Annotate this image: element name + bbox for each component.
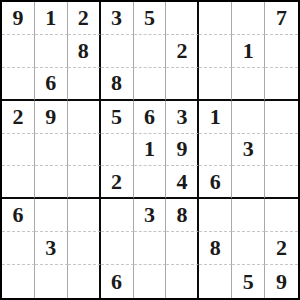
- cell-r9c9[interactable]: 9: [265, 265, 298, 298]
- cell-r8c9[interactable]: 2: [265, 232, 298, 265]
- given-digit: 6: [210, 171, 221, 193]
- cell-r9c3[interactable]: [68, 265, 101, 298]
- cell-r7c3[interactable]: [68, 199, 101, 232]
- cell-r4c4[interactable]: 5: [101, 101, 134, 134]
- cell-r6c3[interactable]: [68, 166, 101, 199]
- cell-r5c9[interactable]: [265, 134, 298, 167]
- cell-r9c2[interactable]: [35, 265, 68, 298]
- cell-r7c6[interactable]: 8: [166, 199, 199, 232]
- cell-r2c6[interactable]: 2: [166, 35, 199, 68]
- cell-r4c8[interactable]: [232, 101, 265, 134]
- cell-r4c9[interactable]: [265, 101, 298, 134]
- cell-r6c2[interactable]: [35, 166, 68, 199]
- given-digit: 6: [111, 271, 122, 293]
- given-digit: 7: [276, 7, 287, 29]
- given-digit: 2: [78, 7, 89, 29]
- cell-r5c4[interactable]: [101, 134, 134, 167]
- given-digit: 3: [45, 237, 56, 259]
- given-digit: 5: [144, 7, 155, 29]
- cell-r6c5[interactable]: [134, 166, 167, 199]
- cell-r1c3[interactable]: 2: [68, 2, 101, 35]
- cell-r1c6[interactable]: [166, 2, 199, 35]
- given-digit: 9: [45, 106, 56, 128]
- cell-r2c1[interactable]: [2, 35, 35, 68]
- cell-r4c7[interactable]: 1: [199, 101, 232, 134]
- cell-r4c5[interactable]: 6: [134, 101, 167, 134]
- given-digit: 9: [176, 138, 187, 160]
- cell-r2c8[interactable]: 1: [232, 35, 265, 68]
- given-digit: 1: [243, 40, 254, 62]
- cell-r3c8[interactable]: [232, 68, 265, 101]
- cell-r7c7[interactable]: [199, 199, 232, 232]
- cell-r9c8[interactable]: 5: [232, 265, 265, 298]
- given-digit: 6: [12, 204, 23, 226]
- cell-r4c2[interactable]: 9: [35, 101, 68, 134]
- cell-r1c4[interactable]: 3: [101, 2, 134, 35]
- cell-r2c5[interactable]: [134, 35, 167, 68]
- given-digit: 9: [12, 7, 23, 29]
- cell-r5c3[interactable]: [68, 134, 101, 167]
- given-digit: 8: [176, 204, 187, 226]
- cell-r9c4[interactable]: 6: [101, 265, 134, 298]
- cell-r4c6[interactable]: 3: [166, 101, 199, 134]
- cell-r9c7[interactable]: [199, 265, 232, 298]
- cell-r8c6[interactable]: [166, 232, 199, 265]
- given-digit: 6: [45, 72, 56, 94]
- given-digit: 1: [45, 7, 56, 29]
- cell-r8c1[interactable]: [2, 232, 35, 265]
- given-digit: 5: [243, 271, 254, 293]
- cell-r8c2[interactable]: 3: [35, 232, 68, 265]
- given-digit: 9: [276, 271, 287, 293]
- cell-r9c1[interactable]: [2, 265, 35, 298]
- cell-r7c9[interactable]: [265, 199, 298, 232]
- cell-r1c1[interactable]: 9: [2, 2, 35, 35]
- given-digit: 1: [144, 138, 155, 160]
- cell-r1c2[interactable]: 1: [35, 2, 68, 35]
- cell-r2c9[interactable]: [265, 35, 298, 68]
- given-digit: 2: [176, 40, 187, 62]
- cell-r6c4[interactable]: 2: [101, 166, 134, 199]
- cell-r4c3[interactable]: [68, 101, 101, 134]
- sudoku-board: 91235782168295631193246638382659: [0, 0, 300, 300]
- cell-r5c2[interactable]: [35, 134, 68, 167]
- cell-r8c5[interactable]: [134, 232, 167, 265]
- cell-r2c4[interactable]: [101, 35, 134, 68]
- given-digit: 8: [111, 72, 122, 94]
- given-digit: 4: [176, 171, 187, 193]
- cell-r9c5[interactable]: [134, 265, 167, 298]
- given-digit: 8: [78, 40, 89, 62]
- given-digit: 6: [144, 106, 155, 128]
- given-digit: 5: [111, 106, 122, 128]
- cell-r2c7[interactable]: [199, 35, 232, 68]
- cell-r3c7[interactable]: [199, 68, 232, 101]
- cell-r7c5[interactable]: 3: [134, 199, 167, 232]
- given-digit: 3: [176, 106, 187, 128]
- cell-r5c6[interactable]: 9: [166, 134, 199, 167]
- cell-r4c1[interactable]: 2: [2, 101, 35, 134]
- given-digit: 2: [276, 237, 287, 259]
- cell-r6c9[interactable]: [265, 166, 298, 199]
- cell-r3c9[interactable]: [265, 68, 298, 101]
- cell-r7c1[interactable]: 6: [2, 199, 35, 232]
- cell-r2c3[interactable]: 8: [68, 35, 101, 68]
- cell-r6c1[interactable]: [2, 166, 35, 199]
- given-digit: 2: [111, 171, 122, 193]
- cell-r1c9[interactable]: 7: [265, 2, 298, 35]
- cell-r7c4[interactable]: [101, 199, 134, 232]
- cell-r3c1[interactable]: [2, 68, 35, 101]
- cell-r1c5[interactable]: 5: [134, 2, 167, 35]
- cell-r6c8[interactable]: [232, 166, 265, 199]
- cell-r3c2[interactable]: 6: [35, 68, 68, 101]
- given-digit: 1: [210, 106, 221, 128]
- cell-r5c5[interactable]: 1: [134, 134, 167, 167]
- given-digit: 3: [144, 204, 155, 226]
- given-digit: 2: [12, 106, 23, 128]
- cell-r1c7[interactable]: [199, 2, 232, 35]
- cell-r3c4[interactable]: 8: [101, 68, 134, 101]
- cell-r8c7[interactable]: 8: [199, 232, 232, 265]
- cell-r5c7[interactable]: [199, 134, 232, 167]
- cell-r5c8[interactable]: 3: [232, 134, 265, 167]
- given-digit: 3: [111, 7, 122, 29]
- cell-r7c2[interactable]: [35, 199, 68, 232]
- given-digit: 8: [210, 237, 221, 259]
- cell-r3c6[interactable]: [166, 68, 199, 101]
- cell-r9c6[interactable]: [166, 265, 199, 298]
- cell-r3c5[interactable]: [134, 68, 167, 101]
- cell-r2c2[interactable]: [35, 35, 68, 68]
- cell-r6c6[interactable]: 4: [166, 166, 199, 199]
- cell-r8c3[interactable]: [68, 232, 101, 265]
- cell-r6c7[interactable]: 6: [199, 166, 232, 199]
- cell-r7c8[interactable]: [232, 199, 265, 232]
- cell-r8c8[interactable]: [232, 232, 265, 265]
- cell-r1c8[interactable]: [232, 2, 265, 35]
- cell-r3c3[interactable]: [68, 68, 101, 101]
- given-digit: 3: [243, 138, 254, 160]
- cell-r5c1[interactable]: [2, 134, 35, 167]
- cell-r8c4[interactable]: [101, 232, 134, 265]
